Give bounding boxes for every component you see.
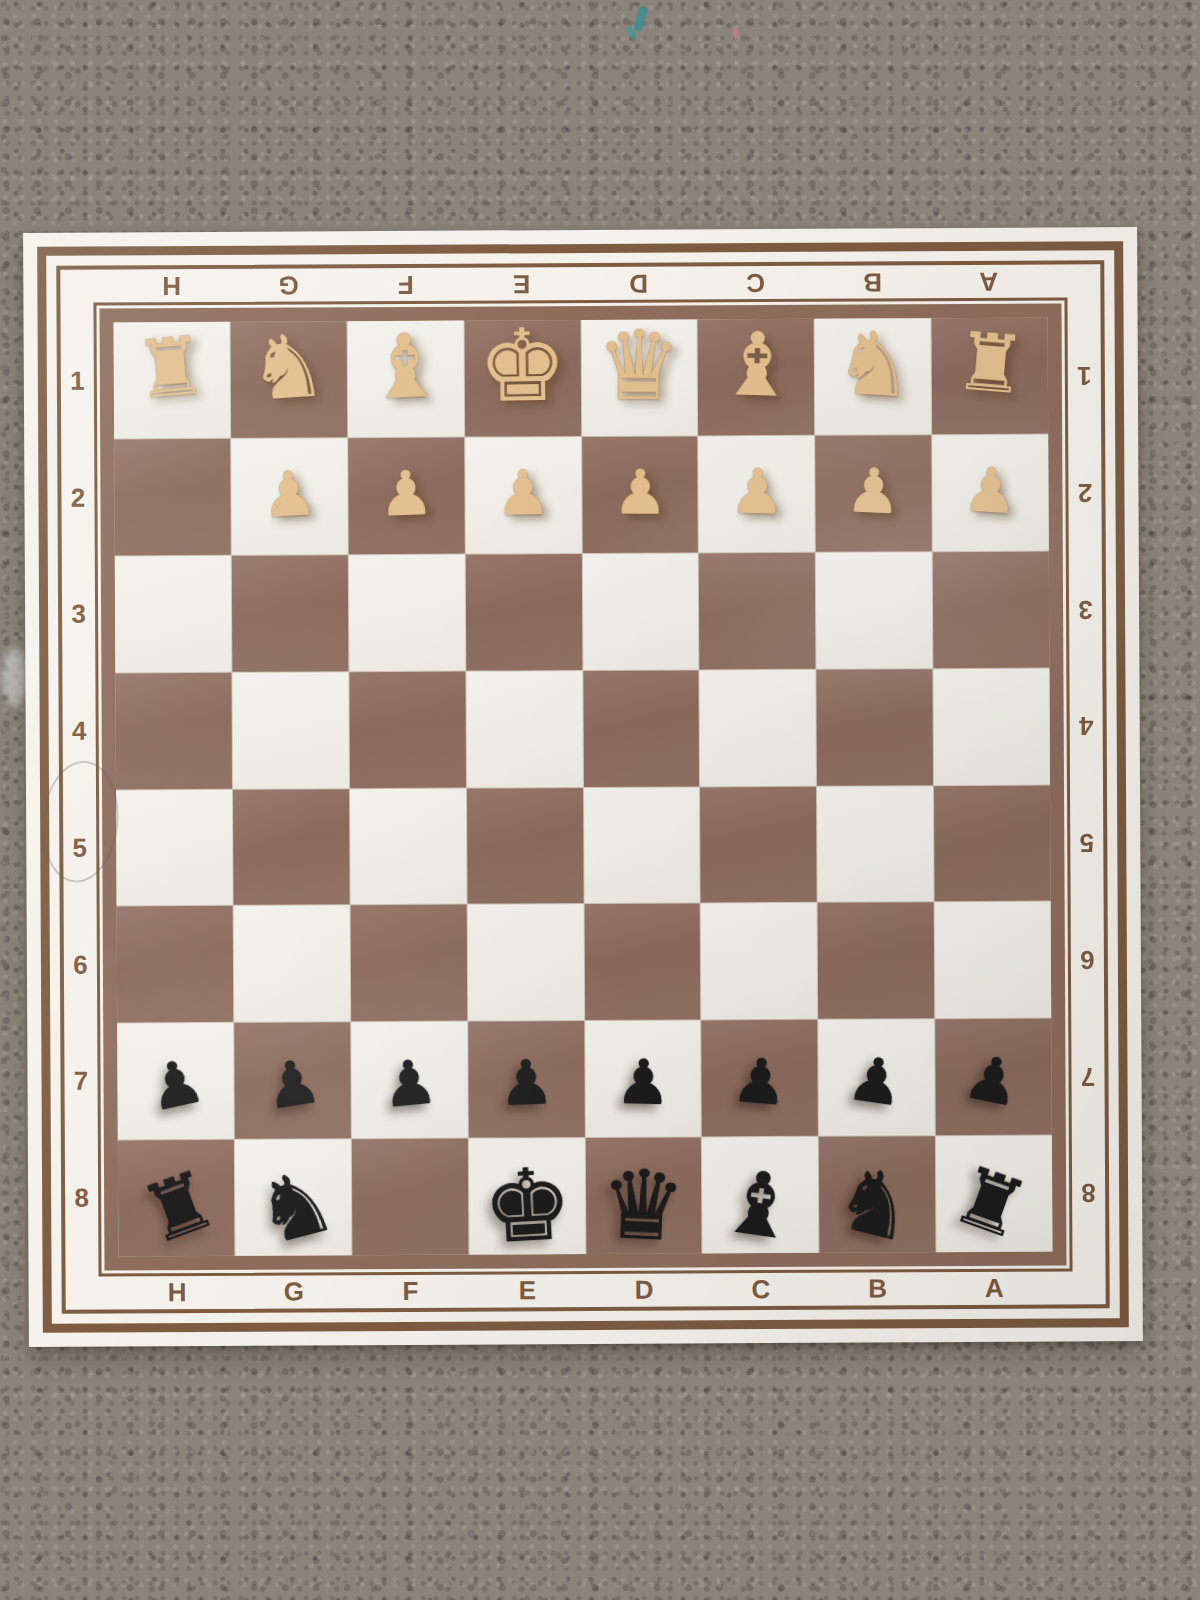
rank-label-6-left: 6 [64,906,98,1023]
piece-white-knight-g1[interactable]: ♞ [246,321,331,414]
square-e5[interactable] [467,788,583,904]
file-label-h-top: H [113,269,230,303]
piece-white-bishop-c1[interactable]: ♝ [716,320,798,410]
square-c6[interactable] [701,903,817,1019]
board-field: ♜♞♝♚♛♝♞♜♟♟♟♟♟♟♟♟♟♟♟♟♟♟♟♜♞♚♛♝♞♜ [99,303,1066,1270]
square-a2[interactable]: ♟ [932,434,1048,550]
rank-label-2-left: 2 [61,439,95,556]
piece-black-pawn-c7[interactable]: ♟ [729,1049,790,1115]
square-h1[interactable]: ♜ [114,322,230,438]
piece-white-rook-h1[interactable]: ♜ [131,325,210,411]
piece-black-rook-h8[interactable]: ♜ [132,1158,227,1258]
rank-label-8-left: 8 [65,1140,99,1257]
square-h6[interactable] [117,906,233,1022]
square-d3[interactable] [582,553,698,669]
square-g3[interactable] [232,555,348,671]
square-e7[interactable]: ♟ [468,1021,584,1137]
rank-label-5-right: 5 [1070,784,1104,901]
file-label-g-bottom: G [235,1275,352,1309]
piece-white-pawn-b2[interactable]: ♟ [845,459,903,523]
square-f2[interactable]: ♟ [348,437,464,553]
piece-black-king-e8[interactable]: ♚ [480,1154,575,1259]
square-b6[interactable] [818,903,934,1019]
square-f1[interactable]: ♝ [347,321,463,437]
file-label-a-bottom: A [936,1272,1053,1306]
square-h7[interactable]: ♟ [117,1023,233,1139]
square-c8[interactable]: ♝ [702,1137,818,1253]
square-d8[interactable]: ♛ [585,1138,701,1254]
piece-black-pawn-a7[interactable]: ♟ [959,1045,1026,1117]
square-g8[interactable]: ♞ [235,1139,351,1255]
square-h5[interactable] [116,789,232,905]
file-label-a-top: A [931,265,1048,299]
piece-black-pawn-d7[interactable]: ♟ [614,1051,671,1114]
square-b7[interactable]: ♟ [818,1019,934,1135]
square-f5[interactable] [350,788,466,904]
file-label-g-top: G [230,268,347,302]
square-f4[interactable] [349,671,465,787]
piece-white-pawn-f2[interactable]: ♟ [377,462,435,526]
carpet-fiber-teal [632,5,649,33]
square-a4[interactable] [934,668,1050,784]
rank-label-1-right: 1 [1068,317,1102,434]
square-h3[interactable] [115,556,231,672]
square-e4[interactable] [466,671,582,787]
rank-label-6-right: 6 [1071,901,1105,1018]
piece-white-pawn-d2[interactable]: ♟ [612,461,668,523]
piece-black-pawn-g7[interactable]: ♟ [261,1050,326,1120]
square-b4[interactable] [817,669,933,785]
square-b3[interactable] [816,552,932,668]
piece-white-pawn-a2[interactable]: ♟ [961,458,1020,523]
file-label-c-top: C [697,266,814,300]
square-c4[interactable] [700,669,816,785]
rank-label-3-right: 3 [1069,551,1103,668]
square-g2[interactable]: ♟ [231,438,347,554]
square-e8[interactable]: ♚ [468,1138,584,1254]
file-label-h-bottom: H [119,1276,236,1310]
square-c3[interactable] [699,553,815,669]
file-label-f-bottom: F [352,1275,469,1309]
square-c5[interactable] [700,786,816,902]
square-d7[interactable]: ♟ [585,1021,701,1137]
square-e3[interactable] [465,554,581,670]
piece-black-knight-b8[interactable]: ♞ [826,1152,924,1256]
square-h2[interactable] [114,439,230,555]
square-d4[interactable] [583,670,699,786]
square-a6[interactable] [935,902,1051,1018]
piece-white-pawn-c2[interactable]: ♟ [728,460,785,523]
square-f8[interactable] [352,1139,468,1255]
piece-white-rook-a1[interactable]: ♜ [952,321,1030,407]
square-c1[interactable]: ♝ [698,319,814,435]
board-grid: ♜♞♝♚♛♝♞♜♟♟♟♟♟♟♟♟♟♟♟♟♟♟♟♜♞♚♛♝♞♜ [114,318,1053,1257]
piece-black-rook-a8[interactable]: ♜ [944,1154,1038,1253]
square-f3[interactable] [349,554,465,670]
piece-white-king-e1[interactable]: ♚ [477,315,568,417]
piece-white-pawn-g2[interactable]: ♟ [260,462,319,527]
square-e2[interactable]: ♟ [465,437,581,553]
square-g6[interactable] [233,906,349,1022]
rank-label-3-left: 3 [62,556,96,673]
file-label-b-bottom: B [819,1272,936,1306]
file-labels-bottom: HGFEDCBA [119,1272,1053,1310]
carpet-fuzz-mark [2,648,28,706]
piece-black-pawn-f7[interactable]: ♟ [379,1051,440,1118]
file-label-b-top: B [814,265,931,299]
square-d2[interactable]: ♟ [582,436,698,552]
square-e6[interactable] [467,904,583,1020]
file-label-e-bottom: E [469,1274,586,1308]
square-d5[interactable] [584,787,700,903]
rank-label-7-right: 7 [1071,1018,1105,1135]
piece-black-knight-g8[interactable]: ♞ [246,1155,345,1260]
square-g7[interactable]: ♟ [234,1022,350,1138]
square-g4[interactable] [232,672,348,788]
square-d6[interactable] [584,904,700,1020]
square-f7[interactable]: ♟ [351,1022,467,1138]
file-labels-top: HGFEDCBA [113,265,1047,303]
square-a1[interactable]: ♜ [932,318,1048,434]
piece-black-pawn-h7[interactable]: ♟ [143,1049,211,1121]
square-b8[interactable]: ♞ [819,1136,935,1252]
square-d1[interactable]: ♛ [581,319,697,435]
rank-label-7-left: 7 [64,1023,98,1140]
piece-white-bishop-f1[interactable]: ♝ [364,321,447,412]
board-pinstripe-frame: ♜♞♝♚♛♝♞♜♟♟♟♟♟♟♟♟♟♟♟♟♟♟♟♜♞♚♛♝♞♜ [93,297,1072,1276]
file-label-e-top: E [464,267,581,301]
file-label-d-bottom: D [586,1273,703,1307]
square-b1[interactable]: ♞ [815,318,931,434]
carpet-background: { "game": "chess", "scene_description": … [0,0,1200,1600]
file-label-c-bottom: C [702,1273,819,1307]
square-f6[interactable] [350,905,466,1021]
square-g5[interactable] [233,789,349,905]
piece-black-queen-d8[interactable]: ♛ [598,1156,688,1256]
square-e1[interactable]: ♚ [464,320,580,436]
square-c2[interactable]: ♟ [699,436,815,552]
square-a7[interactable]: ♟ [935,1019,1051,1135]
square-a5[interactable] [934,785,1050,901]
rank-label-2-right: 2 [1068,434,1102,551]
rank-label-1-left: 1 [61,323,95,440]
rank-label-4-right: 4 [1069,668,1103,785]
piece-black-pawn-b7[interactable]: ♟ [844,1047,908,1116]
chess-mat: HGFEDCBA HGFEDCBA 12345678 12345678 ♜♞♝♚… [23,227,1143,1347]
square-b5[interactable] [817,786,933,902]
piece-white-queen-d1[interactable]: ♛ [596,317,683,414]
file-label-d-top: D [580,266,697,300]
rank-label-8-right: 8 [1072,1135,1106,1252]
square-g1[interactable]: ♞ [230,321,346,437]
piece-black-bishop-c8[interactable]: ♝ [714,1156,805,1254]
square-h4[interactable] [115,672,231,788]
rank-labels-right: 12345678 [1068,317,1106,1251]
piece-white-knight-b1[interactable]: ♞ [832,318,916,410]
square-a3[interactable] [933,551,1049,667]
file-label-f-top: F [347,268,464,302]
piece-black-pawn-e7[interactable]: ♟ [497,1052,555,1116]
carpet-fiber-pink [731,27,740,39]
square-c7[interactable]: ♟ [702,1020,818,1136]
square-a8[interactable]: ♜ [936,1136,1052,1252]
square-b2[interactable]: ♟ [815,435,931,551]
square-h8[interactable]: ♜ [118,1140,234,1256]
piece-white-pawn-e2[interactable]: ♟ [495,462,552,525]
